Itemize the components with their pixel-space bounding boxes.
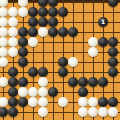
black-stone[interactable] <box>18 47 28 57</box>
black-stone[interactable] <box>8 107 18 117</box>
white-stone[interactable] <box>58 97 68 107</box>
black-stone[interactable] <box>48 7 58 17</box>
white-stone[interactable] <box>38 27 48 37</box>
black-stone[interactable] <box>108 57 118 67</box>
black-stone[interactable] <box>18 57 28 67</box>
white-stone[interactable] <box>0 27 8 37</box>
black-stone[interactable] <box>88 77 98 87</box>
white-stone[interactable] <box>78 97 88 107</box>
white-stone[interactable] <box>38 87 48 97</box>
black-stone[interactable] <box>108 0 118 7</box>
white-stone[interactable] <box>88 37 98 47</box>
white-stone[interactable] <box>88 47 98 57</box>
black-stone[interactable] <box>18 77 28 87</box>
black-stone[interactable] <box>98 77 108 87</box>
white-stone[interactable] <box>18 87 28 97</box>
black-stone[interactable] <box>108 67 118 77</box>
black-stone[interactable] <box>68 77 78 87</box>
white-stone[interactable] <box>0 7 8 17</box>
black-stone[interactable] <box>108 47 118 57</box>
white-stone[interactable] <box>98 107 108 117</box>
black-stone[interactable] <box>28 67 38 77</box>
white-stone[interactable] <box>8 37 18 47</box>
white-stone[interactable] <box>18 7 28 17</box>
white-stone[interactable] <box>8 17 18 27</box>
black-stone[interactable] <box>108 37 118 47</box>
black-stone[interactable] <box>28 27 38 37</box>
white-stone[interactable] <box>88 97 98 107</box>
black-stone[interactable] <box>28 17 38 27</box>
black-stone[interactable] <box>48 87 58 97</box>
black-stone[interactable] <box>8 97 18 107</box>
black-stone[interactable] <box>8 67 18 77</box>
black-stone[interactable] <box>98 97 108 107</box>
black-stone[interactable] <box>58 27 68 37</box>
white-stone[interactable] <box>38 97 48 107</box>
black-stone[interactable] <box>8 77 18 87</box>
white-stone[interactable] <box>0 0 8 7</box>
white-stone[interactable] <box>38 107 48 117</box>
white-stone[interactable] <box>8 7 18 17</box>
black-stone[interactable] <box>28 7 38 17</box>
go-board[interactable]: 1 <box>0 0 120 120</box>
move-number-label: 1 <box>101 19 105 25</box>
black-stone[interactable]: 1 <box>98 17 108 27</box>
white-stone[interactable] <box>88 107 98 117</box>
black-stone[interactable] <box>58 57 68 67</box>
black-stone[interactable] <box>38 7 48 17</box>
black-stone[interactable] <box>58 7 68 17</box>
white-stone[interactable] <box>28 37 38 47</box>
white-stone[interactable] <box>0 17 8 27</box>
black-stone[interactable] <box>78 77 88 87</box>
black-stone[interactable] <box>18 97 28 107</box>
black-stone[interactable] <box>18 37 28 47</box>
white-stone[interactable] <box>108 107 118 117</box>
black-stone[interactable] <box>38 0 48 7</box>
white-stone[interactable] <box>68 57 78 67</box>
black-stone[interactable] <box>108 97 118 107</box>
black-stone[interactable] <box>48 0 58 7</box>
black-stone[interactable] <box>48 17 58 27</box>
white-stone[interactable] <box>78 107 88 117</box>
black-stone[interactable] <box>68 27 78 37</box>
go-app-screenshot: 1 <box>0 0 120 120</box>
white-stone[interactable] <box>28 97 38 107</box>
black-stone[interactable] <box>78 87 88 97</box>
white-stone[interactable] <box>28 87 38 97</box>
black-stone[interactable] <box>0 107 8 117</box>
black-stone[interactable] <box>98 37 108 47</box>
white-stone[interactable] <box>8 27 18 37</box>
white-stone[interactable] <box>0 47 8 57</box>
white-stone[interactable] <box>0 37 8 47</box>
white-stone[interactable] <box>0 57 8 67</box>
white-stone[interactable] <box>38 77 48 87</box>
black-stone[interactable] <box>38 17 48 27</box>
black-stone[interactable] <box>38 67 48 77</box>
black-stone[interactable] <box>18 27 28 37</box>
black-stone[interactable] <box>48 27 58 37</box>
white-stone[interactable] <box>0 77 8 87</box>
white-stone[interactable] <box>0 97 8 107</box>
black-stone[interactable] <box>58 67 68 77</box>
black-stone[interactable] <box>8 87 18 97</box>
white-stone[interactable] <box>8 47 18 57</box>
white-stone[interactable] <box>18 0 28 7</box>
